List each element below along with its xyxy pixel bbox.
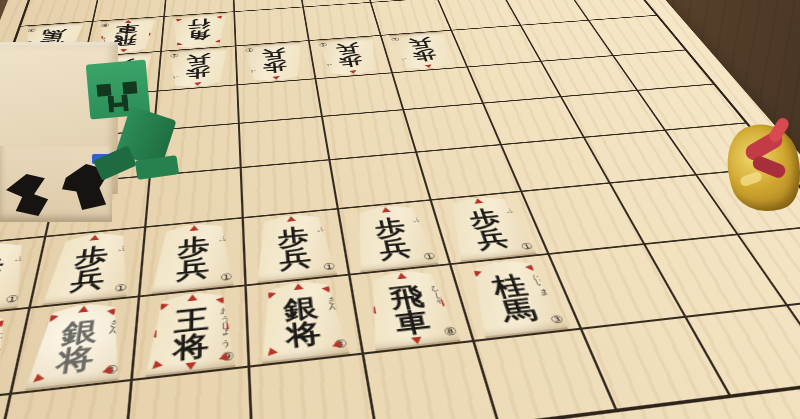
board-cell[interactable]: 歩兵ふ① (140, 219, 247, 298)
move-arrow-n (120, 49, 128, 53)
board-cell[interactable]: 角行 (162, 12, 237, 52)
creeper-eye (97, 84, 112, 97)
shogi-piece[interactable]: 飛車ひしゃ⑧ (357, 266, 466, 352)
move-arrow-n (286, 216, 295, 222)
piece-furigana: ふ (313, 222, 326, 229)
piece-number: ① (220, 272, 232, 284)
shogi-piece[interactable]: 歩兵ふ① (241, 41, 310, 84)
piece-number: ① (422, 251, 436, 263)
move-arrow-n (473, 198, 483, 204)
shogi-piece[interactable]: 歩兵ふ① (147, 219, 239, 295)
move-arrow-n (424, 64, 432, 68)
shogi-piece[interactable]: 歩兵ふ① (437, 193, 541, 263)
piece-furigana: ふ (115, 241, 129, 249)
box-print-mark (6, 174, 60, 216)
photo-scene: 桂馬けいま③飛車ひしゃ⑧角行歩兵ふ①歩兵ふ①歩兵ふ①歩兵ふ①歩兵ふ①歩兵ふ①歩兵… (0, 0, 800, 419)
board-cell[interactable]: 歩兵ふ① (31, 228, 147, 309)
board-cell[interactable] (372, 0, 453, 36)
piece-number: ① (390, 36, 400, 42)
gold-ornament[interactable] (726, 116, 800, 218)
shogi-piece[interactable]: 歩兵ふ① (37, 229, 138, 307)
move-arrow-n (349, 70, 357, 74)
piece-number: ⑧ (101, 22, 110, 28)
move-arrow-n (187, 294, 197, 301)
shogi-piece[interactable]: 歩兵ふ① (250, 210, 342, 284)
piece-furigana: ぎん (323, 291, 339, 307)
creeper-eye (122, 81, 137, 94)
piece-furigana: ふ (501, 204, 515, 211)
move-arrow-s (125, 20, 132, 23)
piece-number: ① (113, 282, 127, 295)
creeper-leg (93, 145, 137, 181)
move-arrow-n (381, 207, 391, 213)
move-arrow-e (227, 322, 236, 331)
move-arrow-w (366, 307, 376, 315)
move-arrow-e (441, 299, 452, 307)
creeper-figure[interactable] (82, 56, 202, 180)
board-cell[interactable] (331, 153, 433, 210)
piece-furigana: ふ (248, 71, 258, 76)
piece-furigana: ふ (408, 213, 422, 220)
piece-furigana: ふ (12, 251, 27, 259)
board-cell[interactable]: 王将おうしょう⑨ (133, 286, 251, 381)
move-arrow-s (411, 337, 423, 345)
shogi-piece[interactable]: 歩兵ふ① (314, 36, 387, 78)
shogi-piece[interactable]: 王将おうしょう⑨ (140, 287, 241, 378)
move-arrow-ne (173, 42, 182, 47)
board-cell[interactable] (242, 160, 339, 219)
shogi-piece[interactable]: 歩兵ふ① (345, 202, 443, 274)
board-cell[interactable]: 銀将ぎん④ (12, 298, 141, 396)
move-arrow-n (396, 273, 407, 280)
board-cell[interactable] (235, 7, 310, 46)
piece-number: ① (245, 47, 254, 53)
shogi-piece[interactable]: 銀将ぎん④ (253, 277, 355, 365)
move-arrow-n (293, 283, 303, 290)
piece-furigana: ふ (325, 65, 335, 70)
move-arrow-ne (0, 317, 9, 327)
move-arrow-n (272, 76, 280, 80)
piece-furigana: おうしょう (216, 302, 231, 343)
move-arrow-nw (215, 39, 224, 44)
piece-number: ① (322, 261, 335, 273)
piece-number: ⑧ (442, 325, 458, 339)
piece-furigana: ふ (216, 231, 229, 239)
move-arrow-w (149, 32, 155, 36)
shogi-piece[interactable]: 銀将ぎん④ (19, 298, 131, 392)
creeper-mouth (108, 94, 129, 113)
board-cell[interactable] (304, 3, 382, 41)
move-arrow-e (96, 36, 103, 40)
piece-number: ① (318, 41, 327, 47)
move-arrow-n (90, 235, 100, 241)
piece-furigana: ふ (400, 60, 411, 64)
shogi-piece[interactable]: 角行 (166, 12, 230, 50)
board-cell[interactable]: 銀将ぎん④ (247, 276, 365, 368)
move-arrow-w (147, 330, 157, 339)
board-cell[interactable]: 歩兵ふ① (244, 210, 351, 287)
board-cell[interactable]: 歩兵ふ① (310, 36, 393, 79)
move-arrow-n (190, 225, 199, 231)
shogi-piece[interactable]: 歩兵ふ① (386, 31, 462, 72)
piece-furigana: けいま (0, 325, 9, 351)
move-arrow-s (185, 362, 196, 371)
board-cell[interactable]: 歩兵ふ① (237, 41, 317, 85)
piece-furigana: ぎん (105, 313, 121, 330)
move-arrow-n (78, 306, 89, 314)
